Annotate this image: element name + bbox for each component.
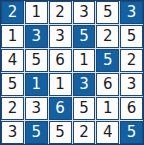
cell-r4c2[interactable]: 1 <box>25 73 48 96</box>
cell-r1c5[interactable]: 5 <box>96 1 119 24</box>
cell-r4c4[interactable]: 3 <box>73 73 96 96</box>
cell-r2c5[interactable]: 2 <box>96 25 119 48</box>
cell-r5c4[interactable]: 5 <box>73 97 96 120</box>
cell-r1c3[interactable]: 2 <box>49 1 72 24</box>
cell-r3c3[interactable]: 6 <box>49 49 72 72</box>
cell-r6c3[interactable]: 5 <box>49 121 72 144</box>
cell-r2c6[interactable]: 5 <box>120 25 143 48</box>
cell-r5c5[interactable]: 1 <box>96 97 119 120</box>
cell-r4c3[interactable]: 1 <box>49 73 72 96</box>
cell-r2c1[interactable]: 1 <box>1 25 24 48</box>
cell-r3c4[interactable]: 1 <box>73 49 96 72</box>
cell-r5c2[interactable]: 3 <box>25 97 48 120</box>
cell-r2c3[interactable]: 3 <box>49 25 72 48</box>
cell-r5c3[interactable]: 6 <box>49 97 72 120</box>
cell-r3c5[interactable]: 5 <box>96 49 119 72</box>
cell-r4c6[interactable]: 3 <box>120 73 143 96</box>
cell-r6c5[interactable]: 4 <box>96 121 119 144</box>
cell-r5c1[interactable]: 2 <box>1 97 24 120</box>
cell-r6c4[interactable]: 2 <box>73 121 96 144</box>
cell-r1c4[interactable]: 3 <box>73 1 96 24</box>
cell-r3c1[interactable]: 4 <box>1 49 24 72</box>
cell-r6c6[interactable]: 5 <box>120 121 143 144</box>
cell-r1c2[interactable]: 1 <box>25 1 48 24</box>
cell-r2c4[interactable]: 5 <box>73 25 96 48</box>
cell-r6c2[interactable]: 5 <box>25 121 48 144</box>
hitori-board: 212353133525456152511363236516355245 <box>0 0 144 145</box>
cell-r1c1[interactable]: 2 <box>1 1 24 24</box>
cell-r5c6[interactable]: 6 <box>120 97 143 120</box>
cell-r6c1[interactable]: 3 <box>1 121 24 144</box>
cell-r3c2[interactable]: 5 <box>25 49 48 72</box>
cell-r1c6[interactable]: 3 <box>120 1 143 24</box>
cell-r4c5[interactable]: 6 <box>96 73 119 96</box>
cell-r4c1[interactable]: 5 <box>1 73 24 96</box>
cell-r3c6[interactable]: 2 <box>120 49 143 72</box>
cell-r2c2[interactable]: 3 <box>25 25 48 48</box>
